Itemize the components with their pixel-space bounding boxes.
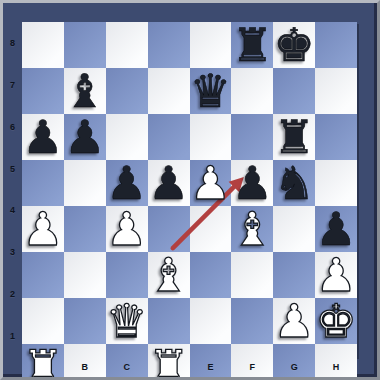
square-d7[interactable] (148, 68, 190, 114)
rank-label-5: 5 (3, 148, 22, 190)
square-e4[interactable] (190, 206, 232, 252)
square-c4[interactable]: ♟ (106, 206, 148, 252)
square-h2[interactable]: ♚ (315, 298, 357, 344)
white-pawn-a4[interactable]: ♟ (22, 206, 63, 252)
square-b2[interactable] (64, 298, 106, 344)
square-a3[interactable] (22, 252, 64, 298)
black-bishop-b7[interactable]: ♝ (64, 68, 105, 114)
square-a1[interactable]: ♜ (22, 344, 64, 380)
white-bishop-d3[interactable]: ♝ (148, 252, 189, 298)
square-b6[interactable]: ♟ (64, 114, 106, 160)
rank-label-8: 8 (3, 22, 22, 64)
square-c2[interactable]: ♛ (106, 298, 148, 344)
black-rook-g6[interactable]: ♜ (274, 114, 315, 160)
white-rook-a1[interactable]: ♜ (22, 344, 63, 380)
black-queen-e7[interactable]: ♛ (190, 68, 231, 114)
square-f5[interactable]: ♟ (231, 160, 273, 206)
square-d1[interactable]: ♜ (148, 344, 190, 380)
black-pawn-h4[interactable]: ♟ (315, 206, 356, 252)
square-e3[interactable] (190, 252, 232, 298)
square-h8[interactable] (315, 22, 357, 68)
square-g3[interactable] (273, 252, 315, 298)
square-g8[interactable]: ♚ (273, 22, 315, 68)
square-c3[interactable] (106, 252, 148, 298)
square-g7[interactable] (273, 68, 315, 114)
square-e7[interactable]: ♛ (190, 68, 232, 114)
square-c6[interactable] (106, 114, 148, 160)
square-a6[interactable]: ♟ (22, 114, 64, 160)
rank-label-3: 3 (3, 231, 22, 273)
square-c7[interactable] (106, 68, 148, 114)
file-label-b: B (64, 357, 106, 376)
white-pawn-h3[interactable]: ♟ (315, 252, 356, 298)
square-h7[interactable] (315, 68, 357, 114)
white-pawn-e5[interactable]: ♟ (190, 160, 231, 206)
square-h4[interactable]: ♟ (315, 206, 357, 252)
square-f3[interactable] (231, 252, 273, 298)
white-bishop-f4[interactable]: ♝ (232, 206, 273, 252)
square-f2[interactable] (231, 298, 273, 344)
black-pawn-c5[interactable]: ♟ (106, 160, 147, 206)
square-e8[interactable] (190, 22, 232, 68)
square-g6[interactable]: ♜ (273, 114, 315, 160)
square-c8[interactable] (106, 22, 148, 68)
square-g5[interactable]: ♞ (273, 160, 315, 206)
square-b4[interactable] (64, 206, 106, 252)
black-knight-g5[interactable]: ♞ (274, 160, 315, 206)
rank-label-6: 6 (3, 106, 22, 148)
square-a5[interactable] (22, 160, 64, 206)
file-label-g: G (273, 357, 315, 376)
white-pawn-g2[interactable]: ♟ (274, 298, 315, 344)
square-h5[interactable] (315, 160, 357, 206)
square-h3[interactable]: ♟ (315, 252, 357, 298)
square-d2[interactable] (148, 298, 190, 344)
chess-board-frame: ♜♚♝♛♟♟♜♟♟♟♟♞♟♟♝♟♝♟♛♟♚♜♜ 87654321 ABCDEFG… (0, 0, 380, 380)
square-d4[interactable] (148, 206, 190, 252)
square-c5[interactable]: ♟ (106, 160, 148, 206)
square-a2[interactable] (22, 298, 64, 344)
square-d8[interactable] (148, 22, 190, 68)
chess-board: ♜♚♝♛♟♟♜♟♟♟♟♞♟♟♝♟♝♟♛♟♚♜♜ (22, 22, 357, 357)
rank-labels: 87654321 (3, 22, 22, 357)
black-rook-f8[interactable]: ♜ (232, 22, 273, 68)
file-label-h: H (315, 357, 357, 376)
square-h6[interactable] (315, 114, 357, 160)
rank-label-4: 4 (3, 190, 22, 232)
square-b7[interactable]: ♝ (64, 68, 106, 114)
black-pawn-b6[interactable]: ♟ (64, 114, 105, 160)
square-a7[interactable] (22, 68, 64, 114)
file-label-c: C (106, 357, 148, 376)
file-labels: ABCDEFGH (22, 357, 357, 376)
square-g2[interactable]: ♟ (273, 298, 315, 344)
black-pawn-a6[interactable]: ♟ (22, 114, 63, 160)
file-label-e: E (190, 357, 232, 376)
white-pawn-c4[interactable]: ♟ (106, 206, 147, 252)
black-pawn-f5[interactable]: ♟ (232, 160, 273, 206)
square-e6[interactable] (190, 114, 232, 160)
file-label-f: F (231, 357, 273, 376)
square-e2[interactable] (190, 298, 232, 344)
square-f6[interactable] (231, 114, 273, 160)
rank-label-1: 1 (3, 315, 22, 357)
square-f7[interactable] (231, 68, 273, 114)
square-f8[interactable]: ♜ (231, 22, 273, 68)
square-f4[interactable]: ♝ (231, 206, 273, 252)
rank-label-2: 2 (3, 273, 22, 315)
square-e5[interactable]: ♟ (190, 160, 232, 206)
square-a8[interactable] (22, 22, 64, 68)
black-pawn-d5[interactable]: ♟ (148, 160, 189, 206)
square-d5[interactable]: ♟ (148, 160, 190, 206)
square-a4[interactable]: ♟ (22, 206, 64, 252)
square-b5[interactable] (64, 160, 106, 206)
white-queen-c2[interactable]: ♛ (106, 298, 147, 344)
square-g4[interactable] (273, 206, 315, 252)
rank-label-7: 7 (3, 64, 22, 106)
black-king-g8[interactable]: ♚ (274, 22, 315, 68)
square-d6[interactable] (148, 114, 190, 160)
white-rook-d1[interactable]: ♜ (148, 344, 189, 380)
square-b3[interactable] (64, 252, 106, 298)
square-b8[interactable] (64, 22, 106, 68)
white-king-h2[interactable]: ♚ (315, 298, 356, 344)
square-d3[interactable]: ♝ (148, 252, 190, 298)
